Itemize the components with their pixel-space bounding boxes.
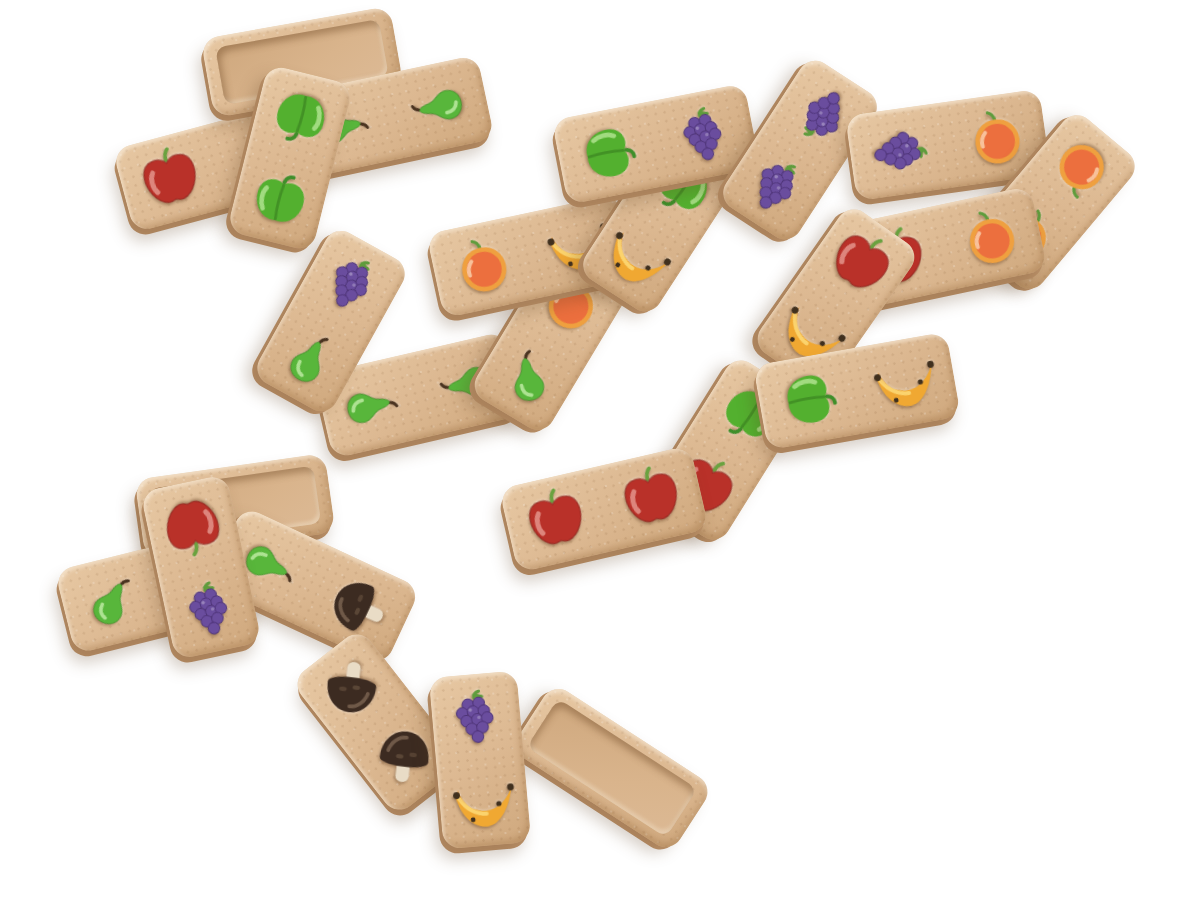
grapes-icon	[865, 119, 933, 185]
pepper-icon	[241, 163, 319, 237]
banana-icon	[862, 344, 948, 420]
apple-icon	[154, 487, 230, 563]
apple-icon	[518, 482, 595, 559]
grapes-icon	[312, 243, 392, 324]
blank-back-recess	[527, 698, 698, 837]
pepper-icon	[262, 79, 340, 153]
mushroom-icon	[318, 655, 385, 722]
grapes-cell	[429, 670, 524, 763]
apple-icon	[613, 460, 690, 537]
grapes-icon	[175, 573, 244, 645]
grapes-icon	[445, 684, 508, 750]
pear-icon	[75, 561, 151, 640]
grapes-icon	[670, 99, 739, 170]
banana-cell	[850, 332, 961, 434]
pear-cell	[381, 55, 495, 159]
grapes-cell	[158, 558, 262, 660]
orange-icon	[963, 105, 1030, 172]
pepper-icon	[572, 116, 643, 191]
banana-icon	[443, 768, 524, 838]
pear-icon	[402, 74, 474, 140]
grapes-icon	[736, 145, 818, 228]
pepper-icon	[774, 362, 844, 436]
pear-icon	[496, 342, 559, 412]
orange-icon	[1043, 131, 1119, 207]
apple-cell	[499, 467, 614, 573]
stack-bottom-blank-back[interactable]	[510, 682, 715, 854]
pear-icon	[272, 318, 349, 398]
chain-apple-apple[interactable]	[499, 445, 709, 573]
orange-icon	[956, 203, 1026, 273]
apple-icon	[131, 139, 209, 217]
apple-cell	[594, 445, 709, 551]
banana-cell	[436, 756, 531, 849]
stack-bottom-grapes-banana[interactable]	[429, 670, 532, 849]
grapes-cell	[845, 102, 954, 201]
pepper-cell	[753, 349, 864, 451]
scene	[0, 0, 1181, 904]
orange-icon	[448, 231, 518, 301]
pepper-cell	[552, 102, 665, 205]
mushroom-icon	[371, 722, 438, 789]
